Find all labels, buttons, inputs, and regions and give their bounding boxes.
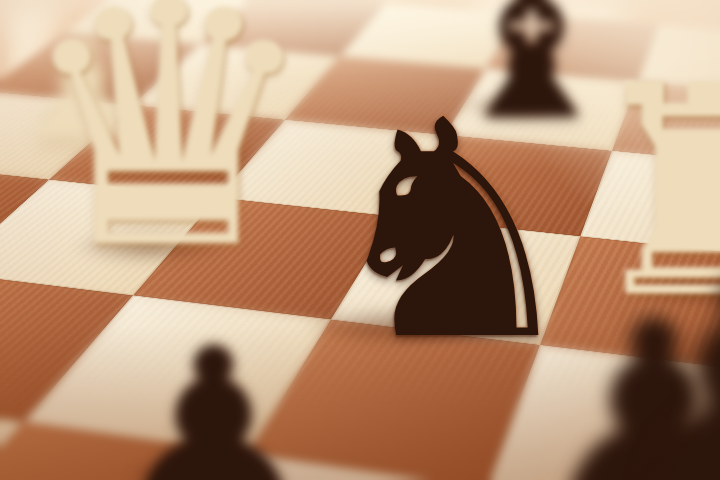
pieces-layer: ♟♝♛♜♞♟♟♟ bbox=[0, 0, 720, 480]
piece-black-pawn-b3[interactable]: ♟ bbox=[106, 317, 321, 480]
piece-white-queen-b7[interactable]: ♛ bbox=[16, 0, 321, 295]
chessboard-photo: ♟♝♛♜♞♟♟♟ bbox=[0, 0, 720, 480]
piece-black-pawn-h3[interactable]: ♟ bbox=[600, 235, 720, 480]
